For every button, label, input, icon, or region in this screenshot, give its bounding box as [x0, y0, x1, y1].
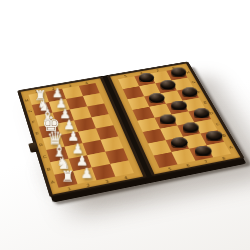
- black-checker-h8: [171, 67, 186, 76]
- coord-label-e: E: [199, 97, 211, 109]
- product-photo-scene: 1234H♜♟G♞♟F♝♟E♚♟D♛♟C♝♟B♞♟A♜♟1234 5678HGF…: [0, 0, 250, 250]
- coord-label-7: 7: [195, 157, 215, 165]
- black-checker-d6: [160, 114, 176, 124]
- black-checker-d8: [194, 108, 210, 118]
- black-checker-f8: [182, 87, 197, 97]
- black-checker-b8: [206, 131, 222, 141]
- black-checker-c7: [183, 122, 199, 132]
- border-strip: [134, 172, 143, 178]
- white-pawn-a2: ♟: [80, 167, 93, 180]
- coord-label-e: E: [32, 127, 43, 140]
- black-checker-a7: [195, 146, 212, 156]
- black-checker-h6: [139, 73, 154, 82]
- border-strip: [231, 152, 241, 158]
- black-checker-b6: [171, 137, 188, 147]
- border-strip: [136, 132, 148, 145]
- square-a7: [189, 145, 213, 161]
- black-checker-e7: [171, 101, 187, 111]
- black-checker-g7: [160, 80, 175, 90]
- white-rook-a1: ♜: [61, 169, 75, 183]
- black-checker-f6: [149, 93, 165, 103]
